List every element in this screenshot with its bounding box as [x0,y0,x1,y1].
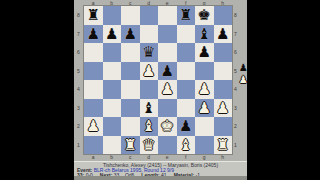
square-e5[interactable]: ♟ [158,62,177,81]
piece-black-pawn[interactable]: ♟ [195,43,214,62]
rank-label-6: 6 [74,43,83,62]
rank-label-7: 7 [232,25,239,44]
square-f8[interactable]: ♜ [177,6,196,25]
square-e1[interactable] [158,136,177,155]
extra-black-pawn-icon: ♟ [238,62,249,73]
piece-black-pawn[interactable]: ♟ [84,25,103,44]
rank-label-6: 6 [232,43,239,62]
piece-white-queen[interactable]: ♛ [140,136,159,155]
square-e6[interactable] [158,43,177,62]
square-e2[interactable]: ♚ [158,117,177,136]
square-d8[interactable] [140,6,159,25]
square-d5[interactable]: ♟ [140,62,159,81]
rank-label-5: 5 [74,62,83,81]
piece-black-queen[interactable]: ♛ [140,43,159,62]
square-d6[interactable]: ♛ [140,43,159,62]
square-h7[interactable]: ♟ [214,25,233,44]
piece-black-pawn[interactable]: ♟ [214,25,233,44]
square-b3[interactable] [103,99,122,118]
piece-white-pawn[interactable]: ♟ [158,80,177,99]
rank-label-4: 4 [74,80,83,99]
rank-label-3: 3 [232,99,239,118]
chess-board: ♜♜♚♟♟♟♝♟♛♟♟♟♟♟♝♟♟♟♝♚♟♜♛♝♜ [84,6,232,154]
square-d3[interactable]: ♝ [140,99,159,118]
piece-white-pawn[interactable]: ♟ [195,99,214,118]
square-c3[interactable] [121,99,140,118]
piece-white-pawn[interactable]: ♟ [84,117,103,136]
rank-label-7: 7 [74,25,83,44]
game-info-panel: Tishchenko, Alexey (2415) -- Maryasin, B… [74,161,247,177]
square-b7[interactable]: ♟ [103,25,122,44]
rank-labels-left: 87654321 [74,6,83,154]
square-c6[interactable] [121,43,140,62]
rank-label-2: 2 [74,117,83,136]
piece-black-pawn[interactable]: ♟ [121,25,140,44]
square-f7[interactable] [177,25,196,44]
square-f3[interactable] [177,99,196,118]
square-a6[interactable] [84,43,103,62]
square-d2[interactable]: ♝ [140,117,159,136]
piece-black-pawn[interactable]: ♟ [158,62,177,81]
piece-white-rook[interactable]: ♜ [121,136,140,155]
extra-white-pawn-icon: ♟ [238,74,249,85]
square-g2[interactable] [195,117,214,136]
file-label-c: c [121,154,140,160]
piece-white-pawn[interactable]: ♟ [140,62,159,81]
material-tray: ♟ ♟ [238,62,249,85]
square-b8[interactable] [103,6,122,25]
piece-black-pawn[interactable]: ♟ [103,25,122,44]
file-label-h: h [214,154,233,160]
board-frame: abcdefgh 87654321 87654321 abcdefgh ♜♜♚♟… [74,0,247,180]
file-label-d: d [140,154,159,160]
square-h2[interactable] [214,117,233,136]
square-d4[interactable] [140,80,159,99]
square-b1[interactable] [103,136,122,155]
piece-white-rook[interactable]: ♜ [214,136,233,155]
square-b2[interactable] [103,117,122,136]
file-label-f: f [177,154,196,160]
rank-label-8: 8 [74,6,83,25]
square-e8[interactable] [158,6,177,25]
square-h1[interactable]: ♜ [214,136,233,155]
square-c7[interactable]: ♟ [121,25,140,44]
square-g5[interactable] [195,62,214,81]
square-g3[interactable]: ♟ [195,99,214,118]
square-h6[interactable] [214,43,233,62]
square-b5[interactable] [103,62,122,81]
square-f1[interactable]: ♝ [177,136,196,155]
file-label-e: e [158,154,177,160]
square-b6[interactable] [103,43,122,62]
rank-label-1: 1 [232,136,239,155]
piece-white-king[interactable]: ♚ [158,117,177,136]
square-h8[interactable] [214,6,233,25]
square-f6[interactable] [177,43,196,62]
rank-label-3: 3 [74,99,83,118]
square-a3[interactable] [84,99,103,118]
square-f2[interactable]: ♟ [177,117,196,136]
file-label-a: a [84,154,103,160]
square-a2[interactable]: ♟ [84,117,103,136]
square-f5[interactable] [177,62,196,81]
rank-label-8: 8 [232,6,239,25]
square-a7[interactable]: ♟ [84,25,103,44]
square-a5[interactable] [84,62,103,81]
square-h3[interactable]: ♟ [214,99,233,118]
piece-black-bishop[interactable]: ♝ [195,25,214,44]
rank-label-1: 1 [74,136,83,155]
rank-label-2: 2 [232,117,239,136]
piece-white-pawn[interactable]: ♟ [214,99,233,118]
piece-black-pawn[interactable]: ♟ [177,117,196,136]
square-b4[interactable] [103,80,122,99]
square-c8[interactable] [121,6,140,25]
piece-black-rook[interactable]: ♜ [84,6,103,25]
piece-white-pawn[interactable]: ♟ [195,80,214,99]
footer-bottom-band [74,176,247,180]
square-c1[interactable]: ♜ [121,136,140,155]
square-h4[interactable] [214,80,233,99]
piece-black-bishop[interactable]: ♝ [140,99,159,118]
square-c2[interactable] [121,117,140,136]
square-g1[interactable] [195,136,214,155]
square-f4[interactable] [177,80,196,99]
square-e3[interactable] [158,99,177,118]
piece-white-bishop[interactable]: ♝ [140,117,159,136]
square-d1[interactable]: ♛ [140,136,159,155]
square-c5[interactable] [121,62,140,81]
piece-black-rook[interactable]: ♜ [177,6,196,25]
file-label-b: b [103,154,122,160]
square-d7[interactable] [140,25,159,44]
square-g7[interactable]: ♝ [195,25,214,44]
square-a4[interactable] [84,80,103,99]
square-g8[interactable]: ♚ [195,6,214,25]
file-label-g: g [195,154,214,160]
square-e7[interactable] [158,25,177,44]
file-labels-bottom: abcdefgh [84,154,232,160]
square-e4[interactable]: ♟ [158,80,177,99]
square-a8[interactable]: ♜ [84,6,103,25]
piece-black-king[interactable]: ♚ [195,6,214,25]
square-g6[interactable]: ♟ [195,43,214,62]
square-h5[interactable] [214,62,233,81]
square-c4[interactable] [121,80,140,99]
piece-white-bishop[interactable]: ♝ [177,136,196,155]
square-g4[interactable]: ♟ [195,80,214,99]
square-a1[interactable] [84,136,103,155]
